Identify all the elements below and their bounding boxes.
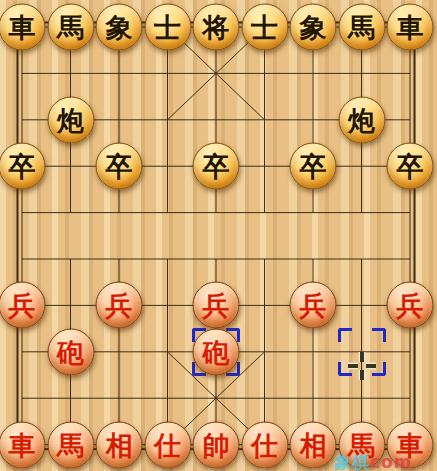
- piece-red-elephant[interactable]: 相: [290, 421, 337, 468]
- piece-black-elephant[interactable]: 象: [96, 4, 143, 51]
- piece-black-soldier[interactable]: 卒: [193, 143, 240, 190]
- piece-red-soldier[interactable]: 兵: [0, 282, 46, 329]
- piece-black-soldier[interactable]: 卒: [0, 143, 46, 190]
- piece-red-elephant[interactable]: 相: [96, 421, 143, 468]
- piece-red-chariot[interactable]: 車: [0, 421, 46, 468]
- piece-black-cannon[interactable]: 炮: [47, 96, 94, 143]
- watermark-left-text: 象棋: [334, 452, 370, 471]
- piece-red-horse[interactable]: 馬: [47, 421, 94, 468]
- site-watermark: 象棋com: [334, 451, 412, 471]
- piece-red-cannon[interactable]: 砲: [47, 328, 94, 375]
- crosshair-cursor-icon: [345, 349, 379, 383]
- watermark-right-text: com: [370, 452, 412, 471]
- piece-black-chariot[interactable]: 車: [387, 4, 434, 51]
- piece-black-advisor[interactable]: 士: [241, 4, 288, 51]
- piece-black-soldier[interactable]: 卒: [387, 143, 434, 190]
- piece-red-advisor[interactable]: 仕: [144, 421, 191, 468]
- piece-red-general[interactable]: 帥: [193, 421, 240, 468]
- piece-black-soldier[interactable]: 卒: [96, 143, 143, 190]
- board-grid-lines: [0, 0, 437, 471]
- piece-black-chariot[interactable]: 車: [0, 4, 46, 51]
- piece-black-advisor[interactable]: 士: [144, 4, 191, 51]
- xiangqi-board: 車馬象士将士象馬車炮炮卒卒卒卒卒兵兵兵兵兵砲砲車馬相仕帥仕相馬車 象棋com: [0, 0, 437, 471]
- piece-red-soldier[interactable]: 兵: [96, 282, 143, 329]
- piece-red-cannon[interactable]: 砲: [193, 328, 240, 375]
- piece-red-advisor[interactable]: 仕: [241, 421, 288, 468]
- piece-black-horse[interactable]: 馬: [47, 4, 94, 51]
- piece-red-soldier[interactable]: 兵: [387, 282, 434, 329]
- piece-black-general[interactable]: 将: [193, 4, 240, 51]
- piece-black-soldier[interactable]: 卒: [290, 143, 337, 190]
- piece-red-soldier[interactable]: 兵: [290, 282, 337, 329]
- piece-black-horse[interactable]: 馬: [338, 4, 385, 51]
- piece-black-cannon[interactable]: 炮: [338, 96, 385, 143]
- piece-red-soldier[interactable]: 兵: [193, 282, 240, 329]
- piece-black-elephant[interactable]: 象: [290, 4, 337, 51]
